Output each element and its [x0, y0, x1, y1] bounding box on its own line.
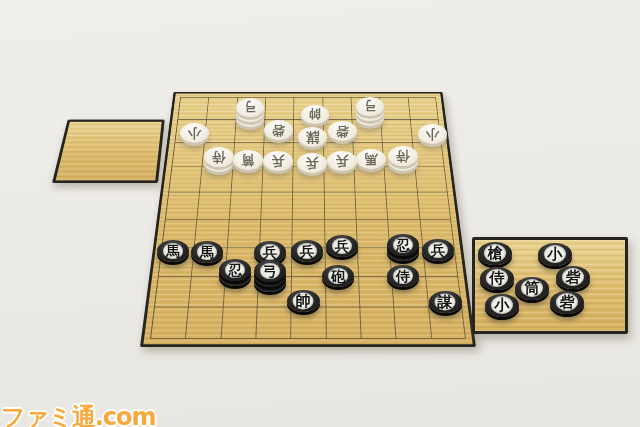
piece-top-disc: 小: [418, 124, 447, 144]
piece-kanji: 槍: [478, 246, 512, 261]
piece-kanji: 侍: [204, 151, 234, 164]
piece-top-disc: 馬: [157, 240, 189, 262]
piece-top-disc: 砦: [328, 121, 357, 141]
piece-top-disc: 砦: [556, 266, 590, 289]
piece-top-disc: 侍: [480, 267, 514, 290]
piece-top-disc: 小: [538, 243, 572, 266]
piece-top-disc: 兵: [263, 151, 293, 171]
piece-kanji: 砦: [264, 124, 293, 137]
piece-top-disc: 弓: [356, 97, 384, 116]
piece-top-disc: 馬: [356, 149, 386, 169]
piece-kanji: 筒: [515, 281, 549, 296]
piece-top-disc: 忍: [387, 234, 419, 256]
piece-kanji: 兵: [326, 239, 358, 253]
piece-kanji: 忍: [219, 263, 251, 277]
piece-top-disc: 筒: [515, 277, 549, 300]
piece-kanji: 兵: [297, 157, 327, 170]
piece-kanji: 馬: [356, 153, 386, 166]
piece-kanji: 筒: [233, 154, 263, 167]
piece-kanji: 砦: [556, 270, 590, 285]
piece-top-disc: 小: [485, 294, 519, 317]
piece-kanji: 兵: [422, 243, 454, 257]
piece-top-disc: 侍: [387, 265, 419, 287]
piece-kanji: 謀: [298, 131, 327, 144]
piece-kanji: 小: [418, 128, 447, 141]
piece-kanji: 馬: [191, 245, 223, 259]
piece-top-disc: 弓: [236, 98, 264, 117]
piece-top-disc: 筒: [233, 150, 263, 170]
piece-top-disc: 兵: [327, 151, 357, 171]
piece-top-disc: 砲: [322, 265, 354, 287]
piece-top-disc: 侍: [204, 147, 234, 167]
piece-kanji: 砦: [550, 295, 584, 310]
photo-scene: 弓帥弓小砦謀砦小侍筒兵兵兵馬侍馬馬兵兵兵忍兵忍弓砲侍帥謀槍小侍砦筒小砦 ファミ通…: [0, 0, 640, 427]
piece-kanji: 帥: [301, 108, 329, 120]
piece-kanji: 兵: [327, 155, 357, 168]
piece-top-disc: 小: [180, 123, 209, 143]
piece-top-disc: 兵: [326, 235, 358, 257]
piece-top-disc: 槍: [478, 242, 512, 265]
piece-kanji: 弓: [236, 101, 264, 113]
piece-kanji: 帥: [287, 294, 320, 309]
piece-top-disc: 忍: [219, 259, 251, 281]
piece-top-disc: 砦: [264, 120, 293, 140]
piece-kanji: 弓: [356, 100, 384, 112]
piece-kanji: 忍: [387, 238, 419, 252]
piece-top-disc: 兵: [422, 239, 454, 261]
piece-top-disc: 帥: [301, 105, 329, 124]
famitsu-watermark: ファミ通.com: [1, 401, 156, 427]
piece-kanji: 砲: [322, 269, 354, 283]
piece-kanji: 侍: [480, 271, 514, 286]
piece-kanji: 小: [485, 298, 519, 313]
piece-kanji: 兵: [291, 244, 323, 258]
piece-top-disc: 馬: [191, 241, 223, 263]
piece-kanji: 侍: [387, 269, 419, 283]
piece-top-disc: 兵: [297, 153, 327, 173]
piece-top-disc: 謀: [298, 127, 327, 147]
piece-top-disc: 侍: [388, 146, 418, 166]
piece-kanji: 小: [180, 127, 209, 140]
piece-top-disc: 弓: [254, 260, 286, 282]
piece-top-disc: 謀: [429, 291, 462, 313]
piece-top-disc: 砦: [550, 291, 584, 314]
piece-top-disc: 帥: [287, 290, 320, 312]
piece-kanji: 侍: [388, 150, 418, 163]
piece-kanji: 兵: [254, 245, 286, 259]
piece-kanji: 砦: [328, 125, 357, 138]
piece-layer: 弓帥弓小砦謀砦小侍筒兵兵兵馬侍馬馬兵兵兵忍兵忍弓砲侍帥謀槍小侍砦筒小砦: [0, 0, 640, 427]
piece-kanji: 小: [538, 247, 572, 262]
piece-kanji: 謀: [429, 295, 462, 310]
piece-top-disc: 兵: [291, 240, 323, 262]
piece-kanji: 兵: [263, 155, 293, 168]
piece-kanji: 馬: [157, 244, 189, 258]
piece-kanji: 弓: [254, 264, 286, 278]
